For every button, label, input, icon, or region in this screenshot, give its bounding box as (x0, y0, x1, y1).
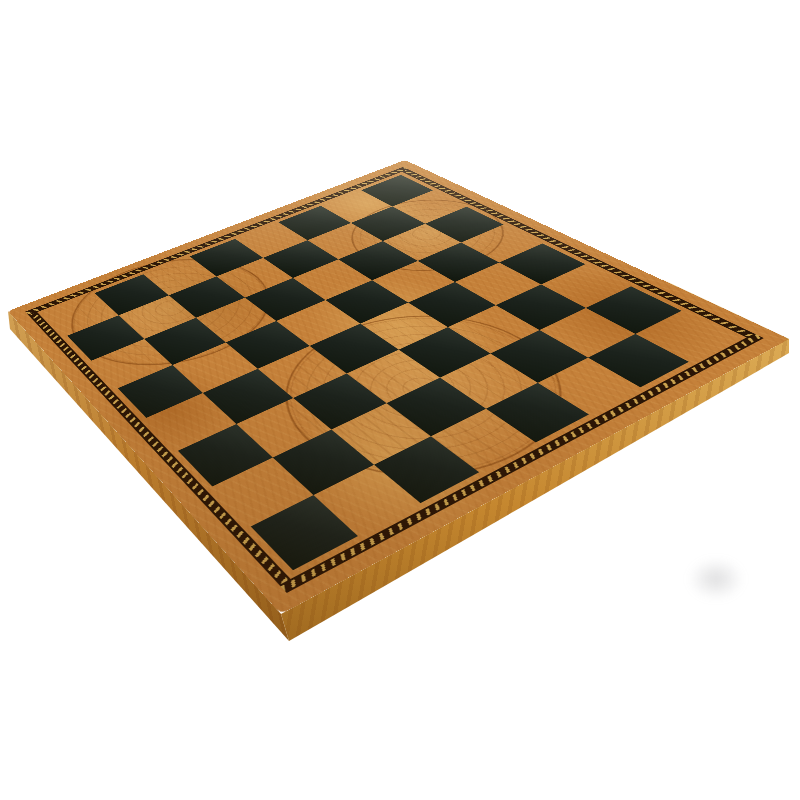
chess-board (8, 160, 789, 614)
product-photo-stage (0, 0, 800, 800)
floor-reflection-smudge (688, 558, 744, 600)
board-grid (45, 175, 736, 570)
